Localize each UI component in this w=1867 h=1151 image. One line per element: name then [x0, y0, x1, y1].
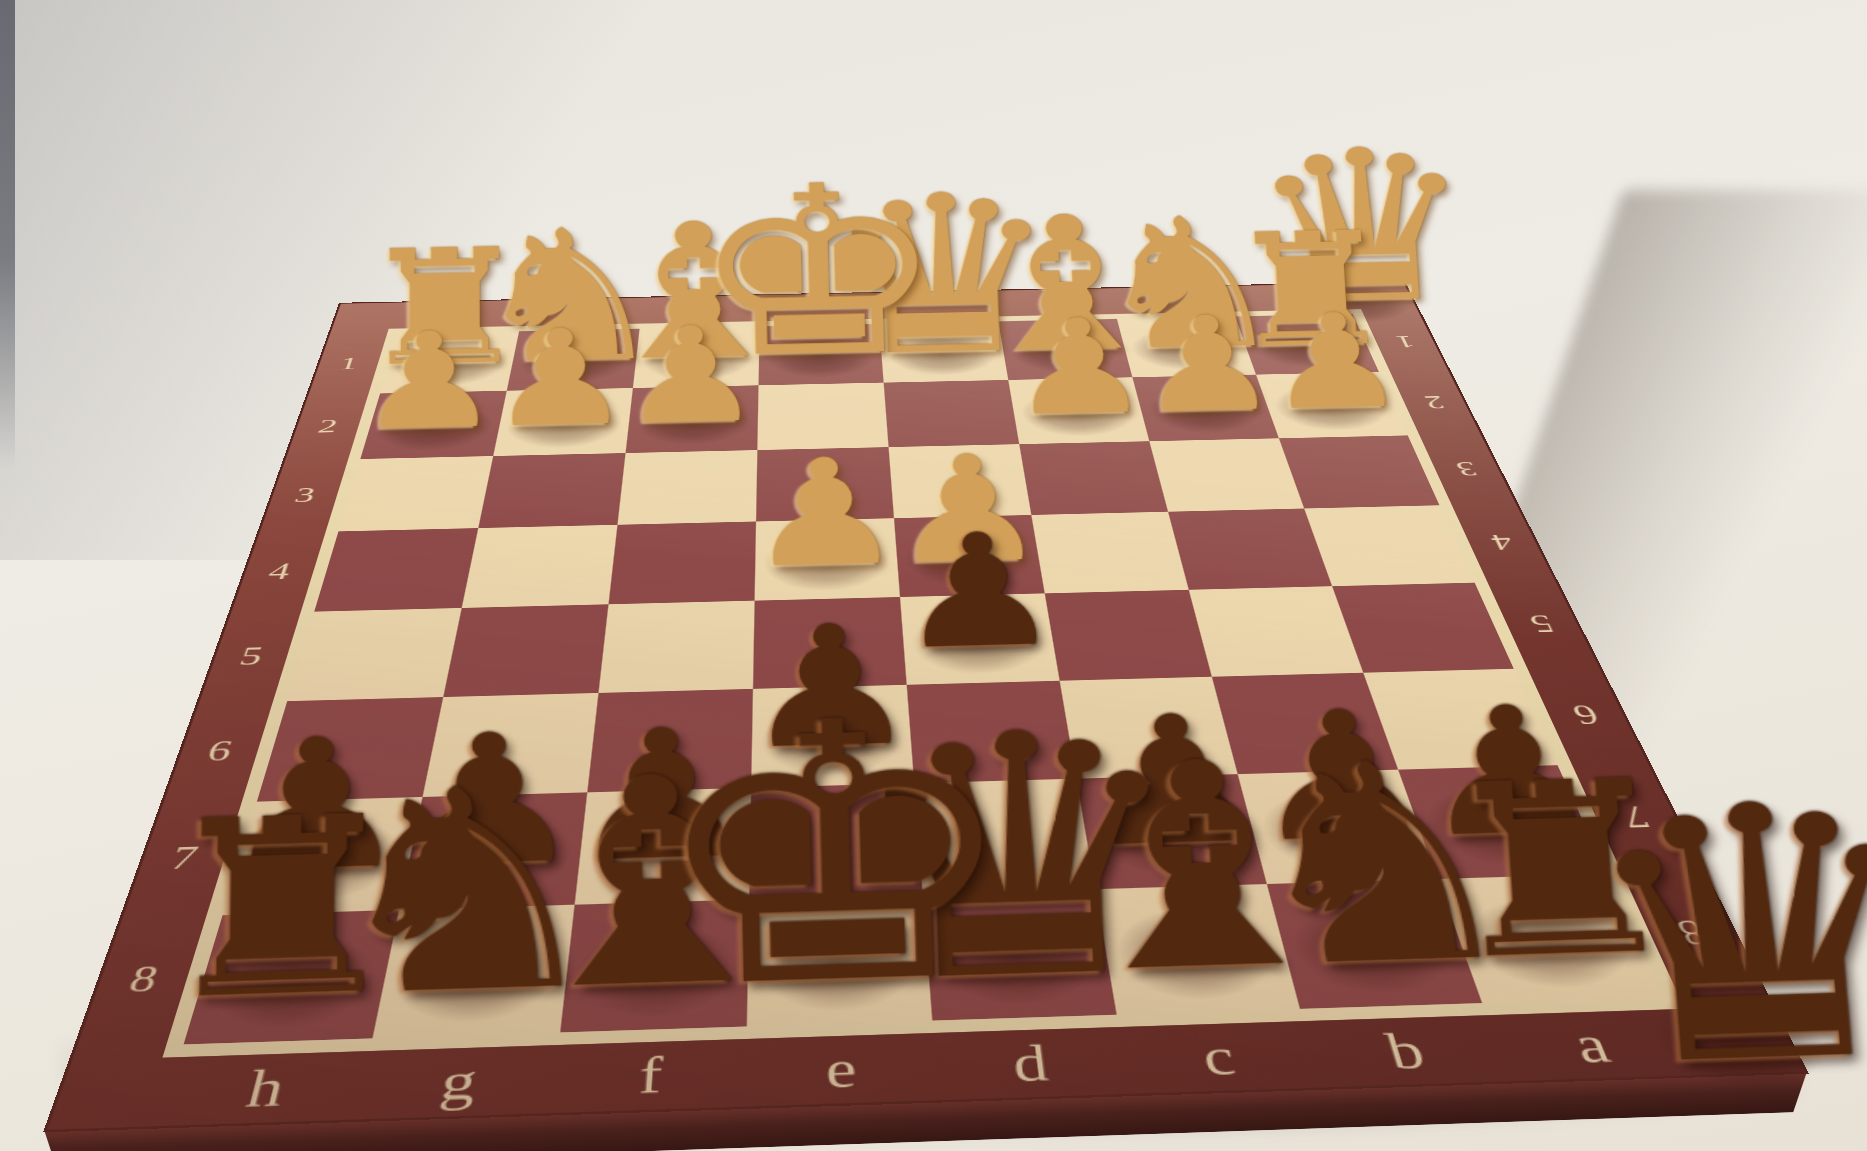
piece-black-king-e8: ♚	[747, 894, 933, 1026]
scene-3d: hgfedcba1234567812345678 ♜♞♝♚♛♝♞♜♟♟♟♟♟♟♟…	[0, 0, 1867, 1151]
piece-white-pawn-f2: ♟	[626, 385, 759, 453]
white-pawn-glyph: ♟	[1262, 296, 1410, 429]
piece-white-pawn-e4: ♟	[755, 518, 900, 600]
black-king-glyph: ♚	[644, 673, 1029, 1041]
white-pawn-glyph: ♟	[618, 309, 764, 444]
black-queen-glyph: ♛	[1565, 756, 1867, 1117]
piece-white-king-e1: ♚	[759, 324, 884, 385]
piece-white-pawn-b2: ♟	[1132, 375, 1279, 442]
white-pawn-glyph: ♟	[1006, 301, 1153, 435]
white-pawn-glyph: ♟	[1134, 298, 1281, 432]
white-pawn-glyph: ♟	[745, 438, 907, 588]
piece-black-queen: ♛	[1614, 963, 1864, 1106]
white-pawn-glyph: ♟	[488, 311, 633, 446]
chess-board: hgfedcba1234567812345678 ♜♞♝♚♛♝♞♜♟♟♟♟♟♟♟…	[48, 282, 1804, 1129]
piece-white-pawn-a2: ♟	[1256, 372, 1408, 438]
piece-white-pawn-g2: ♟	[493, 388, 633, 456]
pieces-layer: ♜♞♝♚♛♝♞♜♟♟♟♟♟♟♟♟♟♟♟♟♟♟♟♟♜♞♝♚♛♝♞♜♛♛	[48, 282, 1804, 1129]
photo-scene: hgfedcba1234567812345678 ♜♞♝♚♛♝♞♜♟♟♟♟♟♟♟…	[0, 0, 1867, 1151]
white-pawn-glyph: ♟	[357, 314, 502, 449]
